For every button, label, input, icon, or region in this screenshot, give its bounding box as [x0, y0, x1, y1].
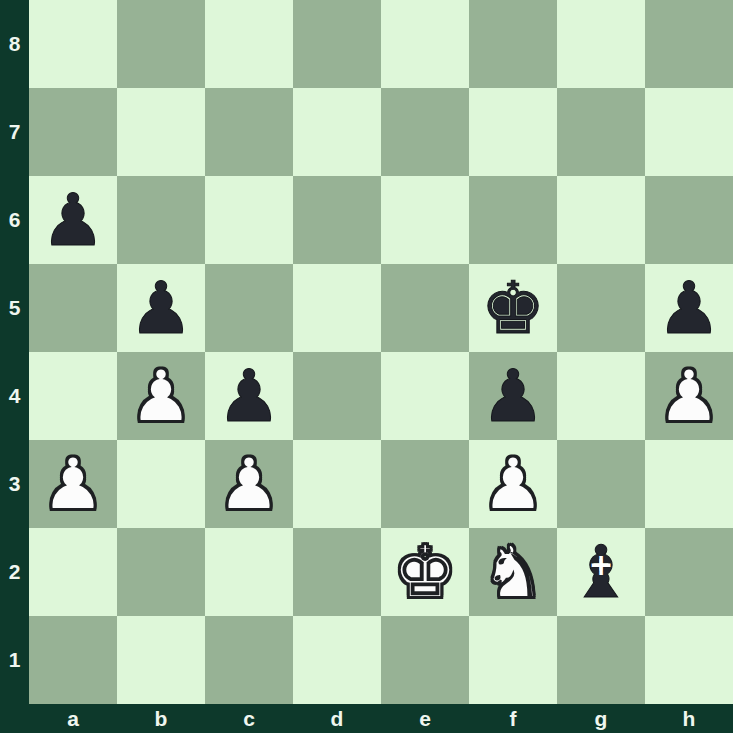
piece-black-pawn-c4[interactable]: ♟ — [217, 352, 282, 440]
square-h3[interactable] — [645, 440, 733, 528]
square-a6[interactable]: ♟ — [29, 176, 117, 264]
square-f6[interactable] — [469, 176, 557, 264]
square-g1[interactable] — [557, 616, 645, 704]
square-h4[interactable]: ♟ — [645, 352, 733, 440]
square-d5[interactable] — [293, 264, 381, 352]
file-label-g: g — [557, 704, 645, 733]
square-e4[interactable] — [381, 352, 469, 440]
file-label-h: h — [645, 704, 733, 733]
square-e2[interactable]: ♚ — [381, 528, 469, 616]
piece-black-pawn-f4[interactable]: ♟ — [481, 352, 546, 440]
square-b7[interactable] — [117, 88, 205, 176]
board-corner — [0, 704, 29, 733]
square-c1[interactable] — [205, 616, 293, 704]
square-f1[interactable] — [469, 616, 557, 704]
piece-white-pawn-c3[interactable]: ♟ — [217, 440, 282, 528]
square-h6[interactable] — [645, 176, 733, 264]
square-d6[interactable] — [293, 176, 381, 264]
square-e5[interactable] — [381, 264, 469, 352]
square-f5[interactable]: ♚ — [469, 264, 557, 352]
square-a2[interactable] — [29, 528, 117, 616]
piece-white-pawn-b4[interactable]: ♟ — [129, 352, 194, 440]
square-d3[interactable] — [293, 440, 381, 528]
piece-white-knight-f2[interactable]: ♞ — [481, 528, 546, 616]
square-c5[interactable] — [205, 264, 293, 352]
square-f4[interactable]: ♟ — [469, 352, 557, 440]
piece-white-pawn-h4[interactable]: ♟ — [657, 352, 722, 440]
square-d7[interactable] — [293, 88, 381, 176]
piece-black-pawn-h5[interactable]: ♟ — [657, 264, 722, 352]
square-e8[interactable] — [381, 0, 469, 88]
square-g5[interactable] — [557, 264, 645, 352]
piece-black-bishop-g2[interactable]: ♝+ — [569, 528, 634, 616]
square-e6[interactable] — [381, 176, 469, 264]
square-b8[interactable] — [117, 0, 205, 88]
piece-black-pawn-a6[interactable]: ♟ — [41, 176, 106, 264]
square-a5[interactable] — [29, 264, 117, 352]
square-e7[interactable] — [381, 88, 469, 176]
square-c2[interactable] — [205, 528, 293, 616]
file-label-f: f — [469, 704, 557, 733]
square-b6[interactable] — [117, 176, 205, 264]
square-f2[interactable]: ♞ — [469, 528, 557, 616]
square-a3[interactable]: ♟ — [29, 440, 117, 528]
square-h8[interactable] — [645, 0, 733, 88]
square-e1[interactable] — [381, 616, 469, 704]
square-c6[interactable] — [205, 176, 293, 264]
square-e3[interactable] — [381, 440, 469, 528]
square-h5[interactable]: ♟ — [645, 264, 733, 352]
square-d8[interactable] — [293, 0, 381, 88]
file-label-b: b — [117, 704, 205, 733]
square-b3[interactable] — [117, 440, 205, 528]
square-b4[interactable]: ♟ — [117, 352, 205, 440]
rank-label-8: 8 — [0, 0, 29, 88]
piece-black-pawn-b5[interactable]: ♟ — [129, 264, 194, 352]
bishop-cross-detail: + — [588, 550, 613, 580]
square-a8[interactable] — [29, 0, 117, 88]
square-g3[interactable] — [557, 440, 645, 528]
square-h1[interactable] — [645, 616, 733, 704]
square-g4[interactable] — [557, 352, 645, 440]
square-a1[interactable] — [29, 616, 117, 704]
square-c3[interactable]: ♟ — [205, 440, 293, 528]
rank-label-5: 5 — [0, 264, 29, 352]
file-label-d: d — [293, 704, 381, 733]
square-c8[interactable] — [205, 0, 293, 88]
square-d1[interactable] — [293, 616, 381, 704]
rank-label-2: 2 — [0, 528, 29, 616]
square-g2[interactable]: ♝+ — [557, 528, 645, 616]
file-label-e: e — [381, 704, 469, 733]
square-g7[interactable] — [557, 88, 645, 176]
square-d2[interactable] — [293, 528, 381, 616]
square-d4[interactable] — [293, 352, 381, 440]
rank-label-7: 7 — [0, 88, 29, 176]
piece-black-king-f5[interactable]: ♚ — [481, 264, 546, 352]
square-c7[interactable] — [205, 88, 293, 176]
square-c4[interactable]: ♟ — [205, 352, 293, 440]
rank-label-3: 3 — [0, 440, 29, 528]
square-a4[interactable] — [29, 352, 117, 440]
square-a7[interactable] — [29, 88, 117, 176]
rank-label-4: 4 — [0, 352, 29, 440]
square-b1[interactable] — [117, 616, 205, 704]
piece-white-pawn-a3[interactable]: ♟ — [41, 440, 106, 528]
square-f3[interactable]: ♟ — [469, 440, 557, 528]
square-f7[interactable] — [469, 88, 557, 176]
square-h2[interactable] — [645, 528, 733, 616]
file-label-c: c — [205, 704, 293, 733]
square-g8[interactable] — [557, 0, 645, 88]
square-h7[interactable] — [645, 88, 733, 176]
piece-white-king-e2[interactable]: ♚ — [393, 528, 458, 616]
square-f8[interactable] — [469, 0, 557, 88]
rank-label-6: 6 — [0, 176, 29, 264]
piece-white-pawn-f3[interactable]: ♟ — [481, 440, 546, 528]
square-b5[interactable]: ♟ — [117, 264, 205, 352]
square-b2[interactable] — [117, 528, 205, 616]
file-label-a: a — [29, 704, 117, 733]
square-g6[interactable] — [557, 176, 645, 264]
chess-board: 876♟5♟♚♟4♟♟♟♟3♟♟♟2♚♞♝+1abcdefgh — [0, 0, 733, 733]
rank-label-1: 1 — [0, 616, 29, 704]
